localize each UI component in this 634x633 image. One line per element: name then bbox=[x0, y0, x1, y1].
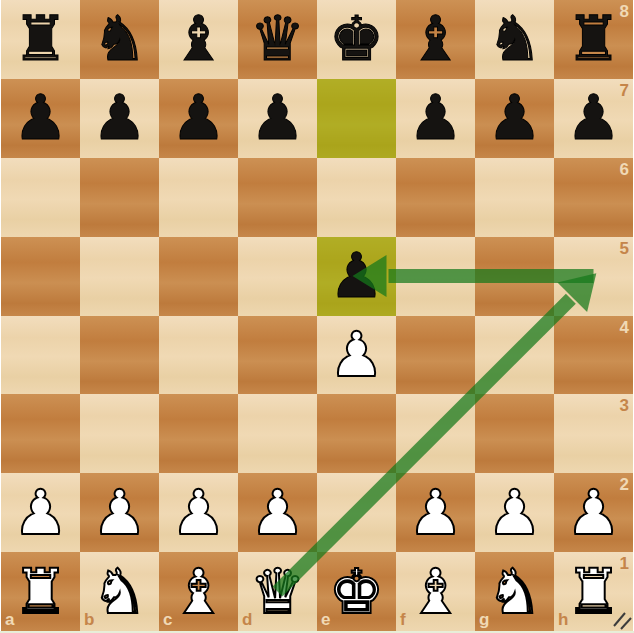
piece-white-rook[interactable]: ♜ bbox=[554, 552, 633, 631]
square-e1[interactable]: e♚ bbox=[317, 552, 396, 631]
piece-black-pawn[interactable]: ♟ bbox=[80, 79, 159, 158]
square-e2[interactable] bbox=[317, 473, 396, 552]
piece-black-king[interactable]: ♚ bbox=[317, 0, 396, 79]
piece-black-pawn[interactable]: ♟ bbox=[475, 79, 554, 158]
square-c7[interactable]: ♟ bbox=[159, 79, 238, 158]
square-h1[interactable]: h1♜ bbox=[554, 552, 633, 631]
piece-black-pawn[interactable]: ♟ bbox=[396, 79, 475, 158]
square-d4[interactable] bbox=[238, 316, 317, 395]
square-g4[interactable] bbox=[475, 316, 554, 395]
piece-black-queen[interactable]: ♛ bbox=[238, 0, 317, 79]
square-d8[interactable]: ♛ bbox=[238, 0, 317, 79]
square-e6[interactable] bbox=[317, 158, 396, 237]
square-a6[interactable] bbox=[1, 158, 80, 237]
square-f3[interactable] bbox=[396, 394, 475, 473]
square-h4[interactable]: 4 bbox=[554, 316, 633, 395]
square-b3[interactable] bbox=[80, 394, 159, 473]
square-f4[interactable] bbox=[396, 316, 475, 395]
square-d1[interactable]: d♛ bbox=[238, 552, 317, 631]
square-e7[interactable] bbox=[317, 79, 396, 158]
chess-board[interactable]: ♜♞♝♛♚♝♞8♜♟♟♟♟♟♟7♟6♟5♟43♟♟♟♟♟♟2♟a♜b♞c♝d♛e… bbox=[1, 0, 633, 631]
square-e4[interactable]: ♟ bbox=[317, 316, 396, 395]
piece-black-bishop[interactable]: ♝ bbox=[396, 0, 475, 79]
square-b5[interactable] bbox=[80, 237, 159, 316]
square-b7[interactable]: ♟ bbox=[80, 79, 159, 158]
piece-black-rook[interactable]: ♜ bbox=[554, 0, 633, 79]
piece-white-bishop[interactable]: ♝ bbox=[396, 552, 475, 631]
piece-black-bishop[interactable]: ♝ bbox=[159, 0, 238, 79]
piece-white-queen[interactable]: ♛ bbox=[238, 552, 317, 631]
square-c4[interactable] bbox=[159, 316, 238, 395]
square-a1[interactable]: a♜ bbox=[1, 552, 80, 631]
square-f7[interactable]: ♟ bbox=[396, 79, 475, 158]
square-b6[interactable] bbox=[80, 158, 159, 237]
square-h5[interactable]: 5 bbox=[554, 237, 633, 316]
piece-white-pawn[interactable]: ♟ bbox=[238, 473, 317, 552]
piece-black-rook[interactable]: ♜ bbox=[1, 0, 80, 79]
square-e8[interactable]: ♚ bbox=[317, 0, 396, 79]
square-e3[interactable] bbox=[317, 394, 396, 473]
square-d6[interactable] bbox=[238, 158, 317, 237]
piece-black-pawn[interactable]: ♟ bbox=[1, 79, 80, 158]
piece-black-knight[interactable]: ♞ bbox=[80, 0, 159, 79]
square-a3[interactable] bbox=[1, 394, 80, 473]
square-a8[interactable]: ♜ bbox=[1, 0, 80, 79]
square-c8[interactable]: ♝ bbox=[159, 0, 238, 79]
square-g7[interactable]: ♟ bbox=[475, 79, 554, 158]
square-c6[interactable] bbox=[159, 158, 238, 237]
square-f6[interactable] bbox=[396, 158, 475, 237]
piece-white-knight[interactable]: ♞ bbox=[475, 552, 554, 631]
piece-black-pawn[interactable]: ♟ bbox=[554, 79, 633, 158]
square-b2[interactable]: ♟ bbox=[80, 473, 159, 552]
last-move-highlight bbox=[317, 79, 396, 158]
square-h8[interactable]: 8♜ bbox=[554, 0, 633, 79]
piece-black-pawn[interactable]: ♟ bbox=[159, 79, 238, 158]
piece-white-pawn[interactable]: ♟ bbox=[1, 473, 80, 552]
square-g2[interactable]: ♟ bbox=[475, 473, 554, 552]
piece-white-pawn[interactable]: ♟ bbox=[159, 473, 238, 552]
square-f8[interactable]: ♝ bbox=[396, 0, 475, 79]
piece-white-king[interactable]: ♚ bbox=[317, 552, 396, 631]
coord-rank-3: 3 bbox=[620, 397, 629, 414]
square-h3[interactable]: 3 bbox=[554, 394, 633, 473]
piece-white-pawn[interactable]: ♟ bbox=[80, 473, 159, 552]
coord-rank-6: 6 bbox=[620, 161, 629, 178]
square-d5[interactable] bbox=[238, 237, 317, 316]
square-e5[interactable]: ♟ bbox=[317, 237, 396, 316]
piece-white-rook[interactable]: ♜ bbox=[1, 552, 80, 631]
square-c5[interactable] bbox=[159, 237, 238, 316]
square-g8[interactable]: ♞ bbox=[475, 0, 554, 79]
square-g1[interactable]: g♞ bbox=[475, 552, 554, 631]
piece-white-knight[interactable]: ♞ bbox=[80, 552, 159, 631]
piece-white-bishop[interactable]: ♝ bbox=[159, 552, 238, 631]
coord-rank-5: 5 bbox=[620, 240, 629, 257]
square-f1[interactable]: f♝ bbox=[396, 552, 475, 631]
square-b1[interactable]: b♞ bbox=[80, 552, 159, 631]
square-c3[interactable] bbox=[159, 394, 238, 473]
square-d3[interactable] bbox=[238, 394, 317, 473]
square-d2[interactable]: ♟ bbox=[238, 473, 317, 552]
square-g6[interactable] bbox=[475, 158, 554, 237]
piece-black-knight[interactable]: ♞ bbox=[475, 0, 554, 79]
piece-black-pawn[interactable]: ♟ bbox=[238, 79, 317, 158]
square-g3[interactable] bbox=[475, 394, 554, 473]
square-c2[interactable]: ♟ bbox=[159, 473, 238, 552]
piece-white-pawn[interactable]: ♟ bbox=[475, 473, 554, 552]
square-b8[interactable]: ♞ bbox=[80, 0, 159, 79]
square-b4[interactable] bbox=[80, 316, 159, 395]
square-f5[interactable] bbox=[396, 237, 475, 316]
square-f2[interactable]: ♟ bbox=[396, 473, 475, 552]
piece-white-pawn[interactable]: ♟ bbox=[554, 473, 633, 552]
square-h6[interactable]: 6 bbox=[554, 158, 633, 237]
piece-black-pawn[interactable]: ♟ bbox=[317, 237, 396, 316]
square-a4[interactable] bbox=[1, 316, 80, 395]
piece-white-pawn[interactable]: ♟ bbox=[317, 316, 396, 395]
square-d7[interactable]: ♟ bbox=[238, 79, 317, 158]
square-g5[interactable] bbox=[475, 237, 554, 316]
square-a7[interactable]: ♟ bbox=[1, 79, 80, 158]
square-a2[interactable]: ♟ bbox=[1, 473, 80, 552]
square-h2[interactable]: 2♟ bbox=[554, 473, 633, 552]
square-a5[interactable] bbox=[1, 237, 80, 316]
square-h7[interactable]: 7♟ bbox=[554, 79, 633, 158]
square-c1[interactable]: c♝ bbox=[159, 552, 238, 631]
piece-white-pawn[interactable]: ♟ bbox=[396, 473, 475, 552]
coord-rank-4: 4 bbox=[620, 319, 629, 336]
chess-app: ♜♞♝♛♚♝♞8♜♟♟♟♟♟♟7♟6♟5♟43♟♟♟♟♟♟2♟a♜b♞c♝d♛e… bbox=[0, 0, 634, 633]
